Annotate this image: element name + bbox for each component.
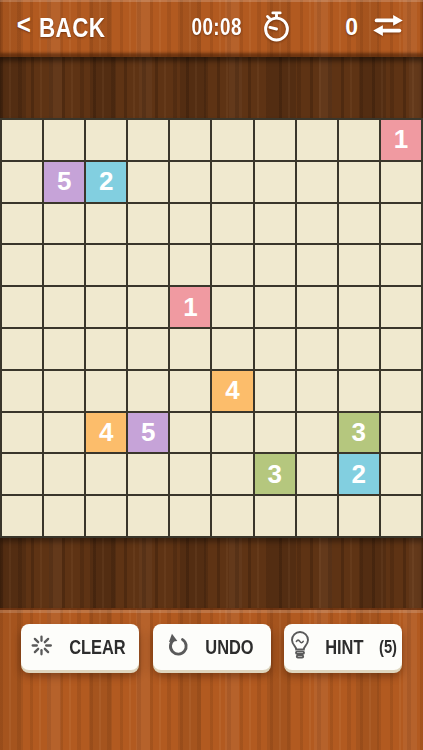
burst-icon bbox=[28, 632, 55, 663]
grid-cell-r9c3[interactable] bbox=[86, 454, 126, 494]
grid-cell-r8c1[interactable] bbox=[2, 413, 42, 453]
grid-cell-r6c8[interactable] bbox=[297, 329, 337, 369]
grid-cell-r5c7[interactable] bbox=[255, 287, 295, 327]
grid-cell-r8c5[interactable] bbox=[170, 413, 210, 453]
grid-cell-r9c9-endpoint-2[interactable]: 2 bbox=[339, 454, 379, 494]
grid-cell-r6c3[interactable] bbox=[86, 329, 126, 369]
grid-cell-r5c6[interactable] bbox=[212, 287, 252, 327]
grid-cell-r4c3[interactable] bbox=[86, 245, 126, 285]
grid-cell-r3c2[interactable] bbox=[44, 204, 84, 244]
grid-cell-r6c4[interactable] bbox=[128, 329, 168, 369]
grid-cell-r9c6[interactable] bbox=[212, 454, 252, 494]
swap-arrows-icon bbox=[371, 13, 405, 42]
grid-cell-r2c7[interactable] bbox=[255, 162, 295, 202]
app-screen: < BACK 00:08 0 bbox=[0, 0, 423, 750]
grid-cell-r10c5[interactable] bbox=[170, 496, 210, 536]
grid-cell-r8c8[interactable] bbox=[297, 413, 337, 453]
grid-cell-r7c4[interactable] bbox=[128, 371, 168, 411]
bottom-panel: CLEAR UNDO bbox=[0, 608, 423, 750]
grid-cell-r4c8[interactable] bbox=[297, 245, 337, 285]
back-chevron-icon: < bbox=[17, 12, 31, 39]
grid-cell-r1c4[interactable] bbox=[128, 120, 168, 160]
grid-cell-r2c3-endpoint-2[interactable]: 2 bbox=[86, 162, 126, 202]
grid-cell-r1c1[interactable] bbox=[2, 120, 42, 160]
clear-button[interactable]: CLEAR bbox=[21, 624, 139, 670]
grid-cell-r7c5[interactable] bbox=[170, 371, 210, 411]
moves-value: 0 bbox=[345, 14, 358, 41]
grid-cell-r9c2[interactable] bbox=[44, 454, 84, 494]
grid-cell-r10c10[interactable] bbox=[381, 496, 421, 536]
grid-cell-r9c5[interactable] bbox=[170, 454, 210, 494]
toolbar: CLEAR UNDO bbox=[0, 624, 423, 670]
grid-cell-r4c6[interactable] bbox=[212, 245, 252, 285]
grid-cell-r10c1[interactable] bbox=[2, 496, 42, 536]
grid-cell-r3c3[interactable] bbox=[86, 204, 126, 244]
grid-cell-r6c2[interactable] bbox=[44, 329, 84, 369]
grid-cell-r7c3[interactable] bbox=[86, 371, 126, 411]
timer-display: 00:08 bbox=[186, 0, 293, 55]
grid-cell-r3c6[interactable] bbox=[212, 204, 252, 244]
board-bottom-band bbox=[0, 538, 423, 608]
grid-cell-r1c10-endpoint-1[interactable]: 1 bbox=[381, 120, 421, 160]
grid-cell-r7c2[interactable] bbox=[44, 371, 84, 411]
grid-cell-r7c6-endpoint-4[interactable]: 4 bbox=[212, 371, 252, 411]
undo-button[interactable]: UNDO bbox=[153, 624, 271, 670]
grid-cell-r8c4-endpoint-5[interactable]: 5 bbox=[128, 413, 168, 453]
grid-cell-r2c1[interactable] bbox=[2, 162, 42, 202]
grid-cell-r1c9[interactable] bbox=[339, 120, 379, 160]
grid-cell-r6c6[interactable] bbox=[212, 329, 252, 369]
grid-cell-r8c3-endpoint-4[interactable]: 4 bbox=[86, 413, 126, 453]
hint-label: HINT bbox=[325, 636, 363, 659]
grid-cell-r2c9[interactable] bbox=[339, 162, 379, 202]
puzzle-grid: 1521445332 bbox=[0, 118, 423, 538]
grid-cell-r3c10[interactable] bbox=[381, 204, 421, 244]
grid-cell-r4c4[interactable] bbox=[128, 245, 168, 285]
header-inner: < BACK 00:08 0 bbox=[0, 0, 423, 55]
grid-cell-r2c6[interactable] bbox=[212, 162, 252, 202]
hint-count: (5) bbox=[379, 637, 397, 658]
grid-cell-r4c2[interactable] bbox=[44, 245, 84, 285]
grid-cell-r5c5-endpoint-1[interactable]: 1 bbox=[170, 287, 210, 327]
grid-cell-r2c8[interactable] bbox=[297, 162, 337, 202]
grid-cell-r10c4[interactable] bbox=[128, 496, 168, 536]
grid-cell-r10c8[interactable] bbox=[297, 496, 337, 536]
grid-cell-r4c9[interactable] bbox=[339, 245, 379, 285]
grid-cell-r3c5[interactable] bbox=[170, 204, 210, 244]
header-bar: < BACK 00:08 0 bbox=[0, 0, 423, 57]
grid-cell-r7c8[interactable] bbox=[297, 371, 337, 411]
grid-cell-r9c10[interactable] bbox=[381, 454, 421, 494]
grid-cell-r5c9[interactable] bbox=[339, 287, 379, 327]
grid-cell-r3c1[interactable] bbox=[2, 204, 42, 244]
grid-cell-r5c3[interactable] bbox=[86, 287, 126, 327]
undo-label: UNDO bbox=[205, 636, 253, 659]
grid-cell-r1c5[interactable] bbox=[170, 120, 210, 160]
grid-cell-r4c5[interactable] bbox=[170, 245, 210, 285]
grid-cell-r10c2[interactable] bbox=[44, 496, 84, 536]
grid-cell-r6c1[interactable] bbox=[2, 329, 42, 369]
hint-button[interactable]: HINT (5) bbox=[284, 624, 402, 670]
grid-cell-r6c5[interactable] bbox=[170, 329, 210, 369]
timer-value: 00:08 bbox=[192, 14, 242, 41]
grid-cell-r5c10[interactable] bbox=[381, 287, 421, 327]
grid-cell-r9c1[interactable] bbox=[2, 454, 42, 494]
grid-cell-r3c9[interactable] bbox=[339, 204, 379, 244]
grid-cell-r4c7[interactable] bbox=[255, 245, 295, 285]
grid-cell-r10c7[interactable] bbox=[255, 496, 295, 536]
grid-cell-r10c6[interactable] bbox=[212, 496, 252, 536]
moves-display: 0 bbox=[345, 0, 405, 55]
grid-cell-r9c7-endpoint-3[interactable]: 3 bbox=[255, 454, 295, 494]
grid-cell-r1c3[interactable] bbox=[86, 120, 126, 160]
grid-cell-r7c7[interactable] bbox=[255, 371, 295, 411]
grid-cell-r9c4[interactable] bbox=[128, 454, 168, 494]
grid-cell-r1c7[interactable] bbox=[255, 120, 295, 160]
grid-cell-r3c8[interactable] bbox=[297, 204, 337, 244]
grid-cell-r10c3[interactable] bbox=[86, 496, 126, 536]
grid-cell-r8c9-endpoint-3[interactable]: 3 bbox=[339, 413, 379, 453]
grid-cell-r6c10[interactable] bbox=[381, 329, 421, 369]
back-button[interactable]: < BACK bbox=[16, 0, 122, 55]
grid-cell-r8c6[interactable] bbox=[212, 413, 252, 453]
grid-cell-r1c2[interactable] bbox=[44, 120, 84, 160]
grid-cell-r7c9[interactable] bbox=[339, 371, 379, 411]
grid-cell-r3c4[interactable] bbox=[128, 204, 168, 244]
lightbulb-icon bbox=[287, 630, 313, 664]
grid-cell-r5c4[interactable] bbox=[128, 287, 168, 327]
grid-cell-r6c9[interactable] bbox=[339, 329, 379, 369]
grid-cell-r6c7[interactable] bbox=[255, 329, 295, 369]
grid-cell-r9c8[interactable] bbox=[297, 454, 337, 494]
grid-cell-r8c10[interactable] bbox=[381, 413, 421, 453]
grid-cell-r2c4[interactable] bbox=[128, 162, 168, 202]
grid-cell-r1c8[interactable] bbox=[297, 120, 337, 160]
grid-cell-r5c2[interactable] bbox=[44, 287, 84, 327]
grid-cell-r2c2-endpoint-5[interactable]: 5 bbox=[44, 162, 84, 202]
back-label: BACK bbox=[39, 12, 105, 44]
grid-cell-r2c10[interactable] bbox=[381, 162, 421, 202]
grid-cell-r2c5[interactable] bbox=[170, 162, 210, 202]
grid-cell-r5c8[interactable] bbox=[297, 287, 337, 327]
clear-label: CLEAR bbox=[69, 636, 125, 659]
stopwatch-icon bbox=[260, 9, 293, 47]
grid-cell-r1c6[interactable] bbox=[212, 120, 252, 160]
grid-cell-r7c1[interactable] bbox=[2, 371, 42, 411]
grid-cell-r4c10[interactable] bbox=[381, 245, 421, 285]
grid-cell-r8c2[interactable] bbox=[44, 413, 84, 453]
board-top-band bbox=[0, 57, 423, 118]
undo-arrow-icon bbox=[164, 631, 192, 663]
grid-cell-r10c9[interactable] bbox=[339, 496, 379, 536]
grid-cell-r4c1[interactable] bbox=[2, 245, 42, 285]
grid-cell-r7c10[interactable] bbox=[381, 371, 421, 411]
grid-cell-r5c1[interactable] bbox=[2, 287, 42, 327]
grid-cell-r8c7[interactable] bbox=[255, 413, 295, 453]
grid-cell-r3c7[interactable] bbox=[255, 204, 295, 244]
